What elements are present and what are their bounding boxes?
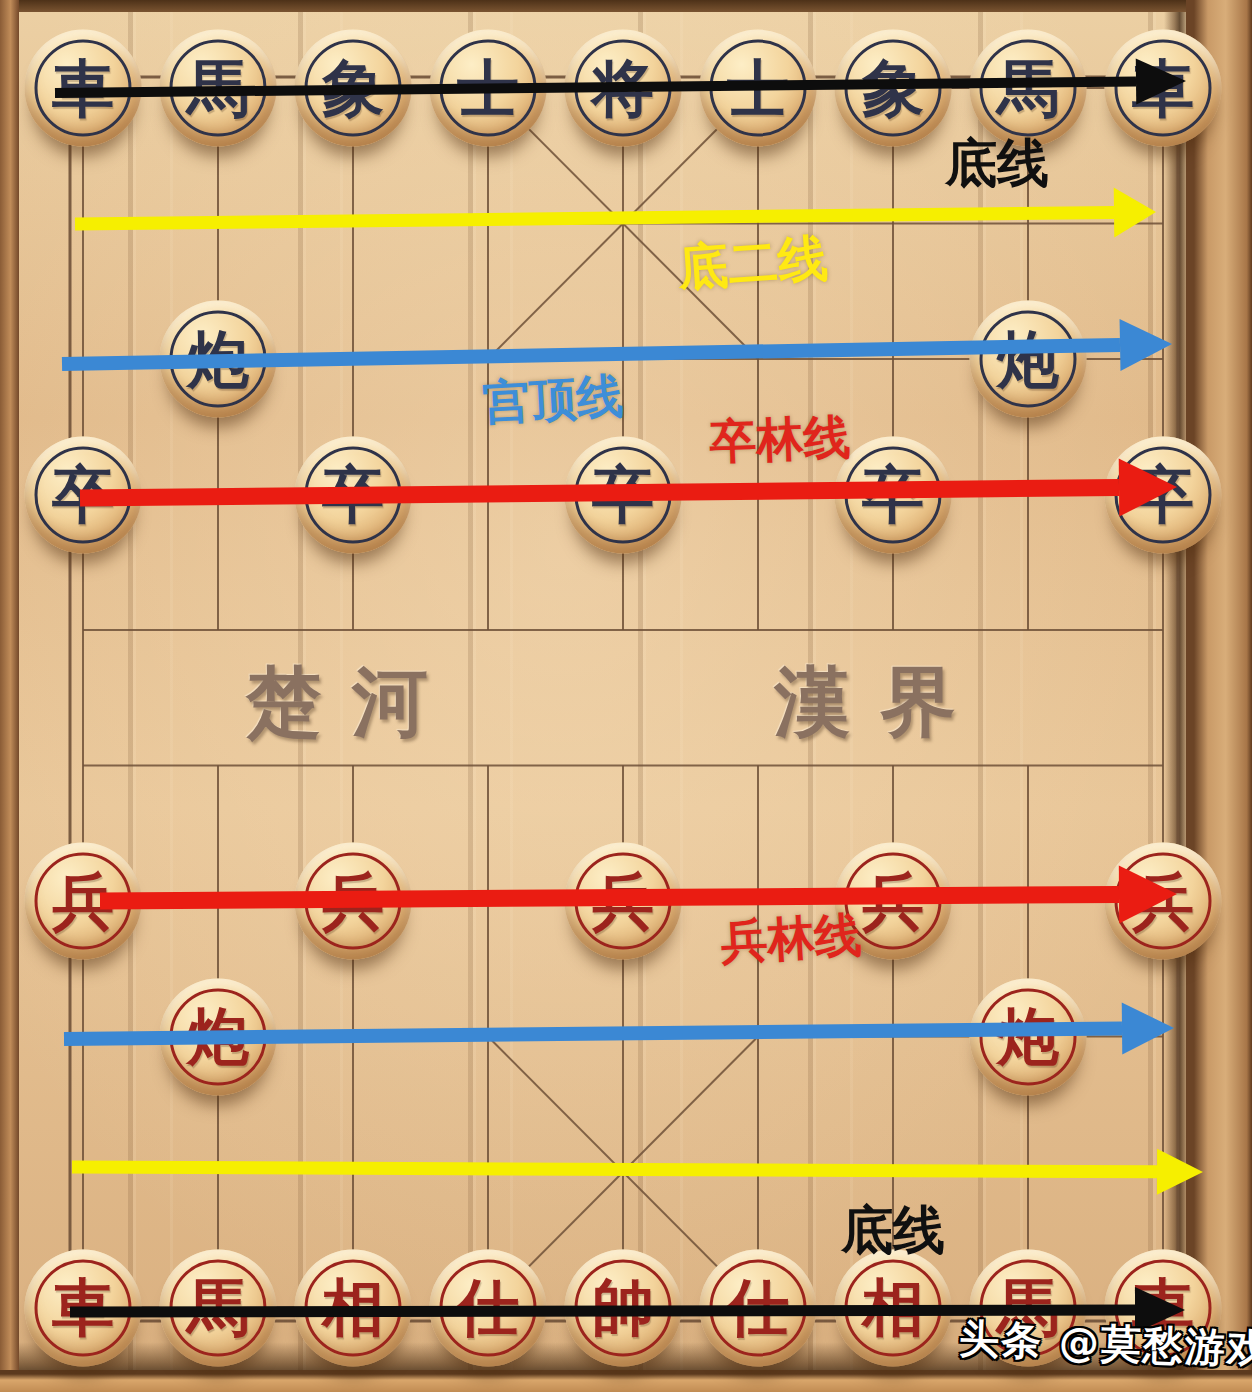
blue-palace-top-line-arrow-head [1120, 319, 1172, 371]
yellow-second-line-arrow-shaft [75, 212, 1114, 224]
red-soldier-line-arrow-shaft [80, 488, 1119, 498]
label-second-bottom-line: 底二线 [676, 233, 829, 293]
label-bottom-line-top: 底线 [945, 137, 1049, 189]
label-palace-top-line: 宫顶线 [481, 372, 624, 426]
yellow-lower-second-line-arrow-shaft [72, 1167, 1157, 1172]
label-bottom-line-bottom: 底线 [841, 1204, 945, 1256]
blue-lower-palace-top-arrow-head [1122, 1003, 1174, 1055]
red-soldier-line-arrow-head [1119, 459, 1177, 517]
red-pawn-line-arrow-shaft [100, 894, 1119, 901]
blue-lower-palace-top-arrow-shaft [64, 1029, 1122, 1039]
red-pawn-line-arrow-head [1119, 865, 1177, 923]
blue-palace-top-line-arrow-shaft [62, 345, 1120, 364]
yellow-second-line-arrow-head [1114, 187, 1156, 237]
annotation-arrows [0, 0, 1252, 1392]
yellow-lower-second-line-arrow-head [1157, 1149, 1203, 1195]
label-black-soldier-line: 卒林线 [709, 413, 852, 465]
black-bottom-line-arrow-head [1136, 59, 1186, 105]
xiangqi-board-screenshot: 楚河 漢界 車馬象士将士象馬車炮炮卒卒卒卒卒兵兵兵兵兵炮炮車馬相仕帥仕相馬車 底… [0, 0, 1252, 1392]
label-red-pawn-line: 兵林线 [719, 911, 862, 965]
black-bottom-line-arrow-shaft [55, 82, 1136, 93]
watermark: 头条 @莫愁游戏 [958, 1311, 1252, 1377]
